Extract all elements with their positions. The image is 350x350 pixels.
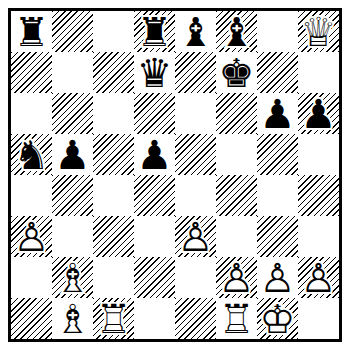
- black-rook-d8: ♜: [134, 11, 175, 52]
- white-pawn-a3: ♙: [11, 216, 52, 257]
- square-e1[interactable]: [175, 298, 216, 339]
- white-pawn-halo: ♟: [216, 257, 257, 298]
- square-e3[interactable]: ♟♙: [175, 216, 216, 257]
- white-pawn-halo: ♟: [298, 257, 339, 298]
- square-c6[interactable]: [93, 93, 134, 134]
- white-king-g1: ♔: [257, 298, 298, 339]
- square-f1[interactable]: ♜♖: [216, 298, 257, 339]
- square-b1[interactable]: ♝♗: [52, 298, 93, 339]
- black-knight-halo: ♞: [11, 134, 52, 175]
- square-e6[interactable]: [175, 93, 216, 134]
- square-h8[interactable]: ♛♕: [298, 11, 339, 52]
- white-pawn-e3: ♙: [175, 216, 216, 257]
- square-d2[interactable]: [134, 257, 175, 298]
- white-bishop-halo: ♝: [52, 257, 93, 298]
- square-d6[interactable]: [134, 93, 175, 134]
- square-d3[interactable]: [134, 216, 175, 257]
- white-king-halo: ♚: [257, 298, 298, 339]
- square-b8[interactable]: [52, 11, 93, 52]
- square-a1[interactable]: [11, 298, 52, 339]
- square-e5[interactable]: [175, 134, 216, 175]
- square-b4[interactable]: [52, 175, 93, 216]
- square-g1[interactable]: ♚♔: [257, 298, 298, 339]
- square-h1[interactable]: [298, 298, 339, 339]
- white-queen-h8: ♕: [298, 11, 339, 52]
- white-pawn-halo: ♟: [175, 216, 216, 257]
- square-g3[interactable]: [257, 216, 298, 257]
- square-g2[interactable]: ♟♙: [257, 257, 298, 298]
- black-rook-halo: ♜: [11, 11, 52, 52]
- square-b3[interactable]: [52, 216, 93, 257]
- black-bishop-e8: ♝: [175, 11, 216, 52]
- square-a3[interactable]: ♟♙: [11, 216, 52, 257]
- white-pawn-halo: ♟: [257, 257, 298, 298]
- square-g4[interactable]: [257, 175, 298, 216]
- black-pawn-h6: ♟: [298, 93, 339, 134]
- square-c3[interactable]: [93, 216, 134, 257]
- chess-board-frame: ♜♜♜♜♝♝♝♝♛♕♛♛♚♚♟♟♟♟♞♞♟♟♟♟♟♙♟♙♝♗♟♙♟♙♟♙♝♗♜♖…: [8, 8, 342, 342]
- black-pawn-g6: ♟: [257, 93, 298, 134]
- square-g5[interactable]: [257, 134, 298, 175]
- square-f6[interactable]: [216, 93, 257, 134]
- white-rook-halo: ♜: [93, 298, 134, 339]
- white-bishop-b1: ♗: [52, 298, 93, 339]
- square-h7[interactable]: [298, 52, 339, 93]
- square-c2[interactable]: [93, 257, 134, 298]
- black-pawn-d5: ♟: [134, 134, 175, 175]
- black-bishop-f8: ♝: [216, 11, 257, 52]
- square-d7[interactable]: ♛♛: [134, 52, 175, 93]
- square-b7[interactable]: [52, 52, 93, 93]
- square-c8[interactable]: [93, 11, 134, 52]
- square-a8[interactable]: ♜♜: [11, 11, 52, 52]
- white-pawn-h2: ♙: [298, 257, 339, 298]
- black-king-halo: ♚: [216, 52, 257, 93]
- black-pawn-b5: ♟: [52, 134, 93, 175]
- square-h6[interactable]: ♟♟: [298, 93, 339, 134]
- black-rook-a8: ♜: [11, 11, 52, 52]
- square-d8[interactable]: ♜♜: [134, 11, 175, 52]
- white-queen-halo: ♛: [298, 11, 339, 52]
- white-rook-halo: ♜: [216, 298, 257, 339]
- square-b5[interactable]: ♟♟: [52, 134, 93, 175]
- square-a5[interactable]: ♞♞: [11, 134, 52, 175]
- square-h2[interactable]: ♟♙: [298, 257, 339, 298]
- square-g6[interactable]: ♟♟: [257, 93, 298, 134]
- square-a6[interactable]: [11, 93, 52, 134]
- white-rook-f1: ♖: [216, 298, 257, 339]
- square-e8[interactable]: ♝♝: [175, 11, 216, 52]
- black-pawn-halo: ♟: [257, 93, 298, 134]
- black-bishop-halo: ♝: [175, 11, 216, 52]
- square-f2[interactable]: ♟♙: [216, 257, 257, 298]
- square-a4[interactable]: [11, 175, 52, 216]
- square-h3[interactable]: [298, 216, 339, 257]
- square-h5[interactable]: [298, 134, 339, 175]
- white-pawn-halo: ♟: [11, 216, 52, 257]
- black-queen-halo: ♛: [134, 52, 175, 93]
- square-c1[interactable]: ♜♖: [93, 298, 134, 339]
- square-c7[interactable]: [93, 52, 134, 93]
- square-f3[interactable]: [216, 216, 257, 257]
- black-pawn-halo: ♟: [52, 134, 93, 175]
- black-pawn-halo: ♟: [134, 134, 175, 175]
- square-c4[interactable]: [93, 175, 134, 216]
- white-bishop-halo: ♝: [52, 298, 93, 339]
- square-a7[interactable]: [11, 52, 52, 93]
- square-a2[interactable]: [11, 257, 52, 298]
- black-rook-halo: ♜: [134, 11, 175, 52]
- white-rook-c1: ♖: [93, 298, 134, 339]
- chess-board: ♜♜♜♜♝♝♝♝♛♕♛♛♚♚♟♟♟♟♞♞♟♟♟♟♟♙♟♙♝♗♟♙♟♙♟♙♝♗♜♖…: [11, 11, 339, 339]
- black-queen-d7: ♛: [134, 52, 175, 93]
- square-d4[interactable]: [134, 175, 175, 216]
- square-h4[interactable]: [298, 175, 339, 216]
- black-bishop-halo: ♝: [216, 11, 257, 52]
- square-f5[interactable]: [216, 134, 257, 175]
- square-c5[interactable]: [93, 134, 134, 175]
- black-knight-a5: ♞: [11, 134, 52, 175]
- square-d5[interactable]: ♟♟: [134, 134, 175, 175]
- square-b6[interactable]: [52, 93, 93, 134]
- white-bishop-b2: ♗: [52, 257, 93, 298]
- square-d1[interactable]: [134, 298, 175, 339]
- white-pawn-g2: ♙: [257, 257, 298, 298]
- square-g7[interactable]: [257, 52, 298, 93]
- square-g8[interactable]: [257, 11, 298, 52]
- white-pawn-f2: ♙: [216, 257, 257, 298]
- black-king-f7: ♚: [216, 52, 257, 93]
- square-f4[interactable]: [216, 175, 257, 216]
- square-e2[interactable]: [175, 257, 216, 298]
- square-b2[interactable]: ♝♗: [52, 257, 93, 298]
- square-e4[interactable]: [175, 175, 216, 216]
- square-f7[interactable]: ♚♚: [216, 52, 257, 93]
- square-e7[interactable]: [175, 52, 216, 93]
- black-pawn-halo: ♟: [298, 93, 339, 134]
- square-f8[interactable]: ♝♝: [216, 11, 257, 52]
